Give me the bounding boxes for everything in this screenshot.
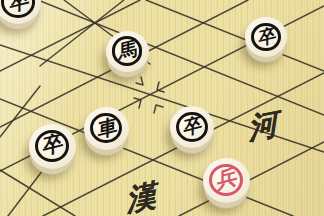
- piece-black-chariot-1[interactable]: 車: [84, 107, 129, 150]
- piece-character: 卒: [39, 133, 64, 158]
- piece-character: 兵: [213, 167, 238, 192]
- piece-ring: 卒: [176, 112, 208, 142]
- piece-red-soldier-1[interactable]: 兵: [203, 158, 250, 203]
- river-text-han: 漢: [124, 175, 157, 216]
- xiangqi-board-photo: 河 漢 卒馬卒車卒卒兵: [0, 0, 324, 216]
- piece-character: 卒: [6, 0, 30, 14]
- piece-ring: 卒: [251, 23, 281, 52]
- piece-character: 卒: [180, 115, 203, 138]
- piece-ring: 卒: [35, 130, 69, 162]
- piece-ring: 馬: [112, 36, 143, 66]
- piece-ring: 車: [90, 113, 122, 144]
- piece-character: 卒: [255, 26, 277, 48]
- piece-ring: 卒: [1, 0, 34, 18]
- piece-black-soldier-3[interactable]: 卒: [29, 124, 76, 169]
- piece-character: 馬: [115, 39, 138, 62]
- river-text-he: 河: [246, 103, 279, 150]
- piece-character: 車: [94, 116, 118, 140]
- piece-black-soldier-4[interactable]: 卒: [170, 106, 214, 148]
- piece-black-soldier-2[interactable]: 卒: [245, 17, 287, 57]
- piece-ring: 兵: [209, 164, 243, 196]
- piece-black-horse-1[interactable]: 馬: [106, 31, 149, 72]
